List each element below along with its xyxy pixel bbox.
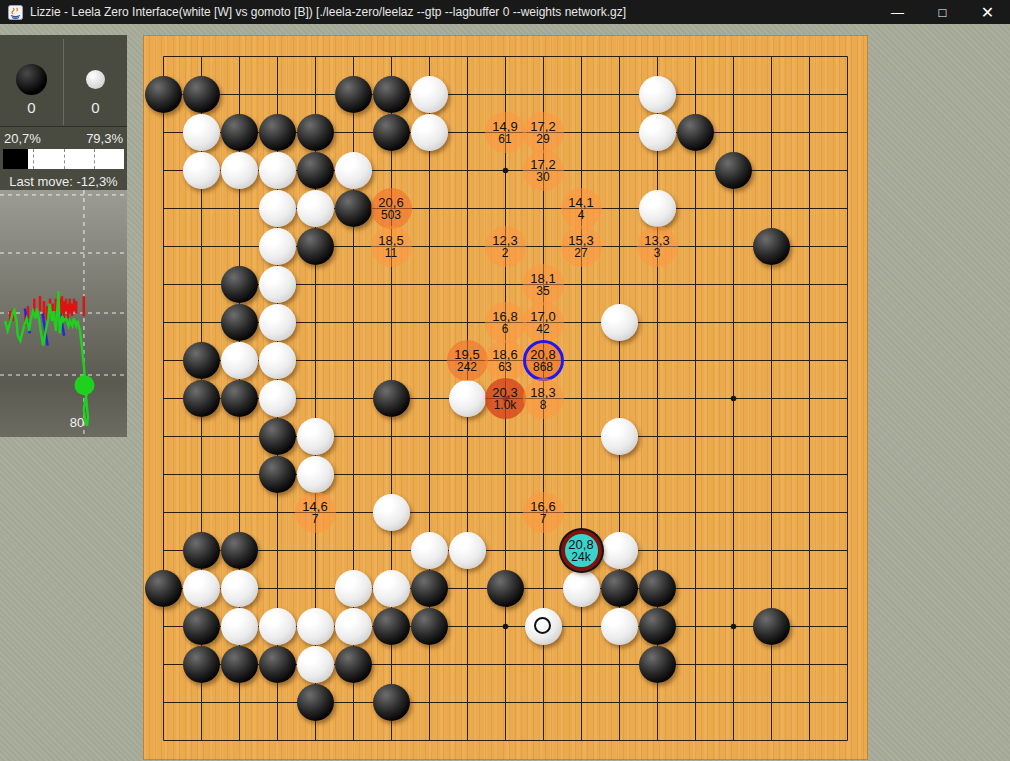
candidate-visits: 30 [536, 171, 549, 183]
candidate-visits: 63 [498, 361, 511, 373]
black-stone [183, 342, 220, 379]
black-stone [335, 76, 372, 113]
go-board[interactable]: 14,96117,22917,23020,650314,1418,51112,3… [143, 35, 868, 760]
candidate-winrate: 18,3 [530, 386, 555, 399]
black-stone [639, 570, 676, 607]
black-stone [411, 608, 448, 645]
candidate-winrate: 16,8 [492, 310, 517, 323]
winrate-bar [3, 149, 124, 169]
white-stone [373, 494, 410, 531]
candidate-visits: 2 [502, 247, 509, 259]
white-stone-icon [86, 70, 105, 89]
black-stone [221, 646, 258, 683]
white-stone [183, 152, 220, 189]
white-stone [411, 532, 448, 569]
candidate-winrate: 14,1 [568, 196, 593, 209]
candidate-move-low[interactable]: 14,67 [295, 492, 336, 533]
candidate-move-low[interactable]: 14,14 [561, 188, 602, 229]
move-number-label: 80 [70, 415, 84, 430]
white-stone [183, 570, 220, 607]
white-stone [221, 342, 258, 379]
candidate-visits: 42 [536, 323, 549, 335]
white-stone [601, 532, 638, 569]
white-stone [259, 304, 296, 341]
candidate-move-low[interactable]: 18,38 [523, 378, 564, 419]
white-capture-count: 0 [64, 99, 127, 116]
black-stone [221, 380, 258, 417]
candidate-move-low[interactable]: 16,67 [523, 492, 564, 533]
candidate-winrate: 17,2 [530, 158, 555, 171]
candidate-visits: 7 [540, 513, 547, 525]
black-stone [259, 646, 296, 683]
white-stone [297, 646, 334, 683]
black-stone [373, 684, 410, 721]
black-stone [259, 456, 296, 493]
candidate-visits: 61 [498, 133, 511, 145]
maximize-button[interactable]: □ [920, 0, 965, 24]
white-stone [297, 190, 334, 227]
white-stone [639, 114, 676, 151]
candidate-move-low[interactable]: 17,230 [523, 150, 564, 191]
black-capture-count: 0 [0, 99, 63, 116]
black-stone [373, 608, 410, 645]
candidate-visits: 1.0k [494, 399, 517, 411]
white-stone [183, 114, 220, 151]
candidate-winrate: 13,3 [644, 234, 669, 247]
white-captures: 0 [64, 35, 127, 127]
app-window: Lizzie - Leela Zero Interface(white [W] … [0, 0, 1010, 761]
white-stone [411, 76, 448, 113]
white-stone [601, 608, 638, 645]
white-stone [373, 570, 410, 607]
window-controls: — □ ✕ [875, 0, 1010, 24]
black-stone [259, 114, 296, 151]
winrate-graph[interactable]: 80 [0, 190, 127, 437]
candidate-move-low[interactable]: 15,327 [561, 226, 602, 267]
white-stone [639, 190, 676, 227]
black-stone [373, 76, 410, 113]
black-stone [297, 152, 334, 189]
black-stone [677, 114, 714, 151]
white-stone [335, 570, 372, 607]
candidate-move-low[interactable]: 18,135 [523, 264, 564, 305]
candidate-visits: 868 [533, 361, 553, 373]
candidate-move-mid[interactable]: 20,6503 [371, 188, 412, 229]
white-stone [449, 380, 486, 417]
black-stone [145, 570, 182, 607]
candidate-visits: 24k [571, 551, 590, 563]
black-stone [183, 76, 220, 113]
white-stone [259, 190, 296, 227]
candidate-visits: 27 [574, 247, 587, 259]
white-stone [411, 114, 448, 151]
candidate-visits: 6 [502, 323, 509, 335]
candidate-visits: 4 [578, 209, 585, 221]
candidate-winrate: 14,9 [492, 120, 517, 133]
java-app-icon [8, 5, 23, 20]
white-stone [297, 608, 334, 645]
window-title: Lizzie - Leela Zero Interface(white [W] … [30, 5, 626, 19]
white-stone [563, 570, 600, 607]
close-button[interactable]: ✕ [965, 0, 1010, 24]
black-stone [183, 608, 220, 645]
white-stone [221, 608, 258, 645]
black-stone [639, 646, 676, 683]
last-move-marker [534, 617, 551, 634]
candidate-winrate: 20,8 [530, 348, 555, 361]
white-winrate: 79,3% [86, 131, 123, 146]
candidate-move-low[interactable]: 18,511 [371, 226, 412, 267]
black-stone [487, 570, 524, 607]
candidate-move-low[interactable]: 14,961 [485, 112, 526, 153]
candidate-winrate: 12,3 [492, 234, 517, 247]
black-stone [221, 532, 258, 569]
candidate-winrate: 18,5 [378, 234, 403, 247]
black-stone-icon [16, 64, 47, 95]
black-stone [639, 608, 676, 645]
candidate-visits: 29 [536, 133, 549, 145]
black-stone [183, 646, 220, 683]
white-stone [601, 304, 638, 341]
candidate-move-high[interactable]: 20,31.0k [485, 378, 526, 419]
white-stone [525, 608, 562, 645]
candidate-winrate: 17,2 [530, 120, 555, 133]
candidate-move-best[interactable]: 20,8868 [523, 340, 564, 381]
candidate-winrate: 17,0 [530, 310, 555, 323]
white-stone [259, 608, 296, 645]
white-stone [297, 456, 334, 493]
candidate-winrate: 20,3 [492, 386, 517, 399]
candidate-visits: 242 [457, 361, 477, 373]
white-stone [639, 76, 676, 113]
white-stone [259, 342, 296, 379]
white-stone [601, 418, 638, 455]
candidate-move-low[interactable]: 17,042 [523, 302, 564, 343]
black-stone [183, 380, 220, 417]
winrate-labels: 20,7% 79,3% [0, 127, 127, 146]
white-stone [259, 152, 296, 189]
white-stone [297, 418, 334, 455]
black-stone [297, 228, 334, 265]
candidate-visits: 11 [385, 247, 397, 259]
black-stone [297, 114, 334, 151]
captures-panel: 0 0 [0, 35, 127, 127]
candidate-winrate: 14,6 [302, 500, 327, 513]
black-winrate: 20,7% [4, 131, 41, 146]
black-stone [145, 76, 182, 113]
black-stone [373, 114, 410, 151]
candidate-winrate: 20,6 [378, 196, 403, 209]
candidate-winrate: 18,1 [530, 272, 555, 285]
white-stone [221, 570, 258, 607]
candidate-winrate: 18,6 [492, 348, 517, 361]
black-stone [411, 570, 448, 607]
white-stone [221, 152, 258, 189]
candidate-move-low[interactable]: 18,663 [485, 340, 526, 381]
analysis-sidebar: 0 0 20,7% 79,3% Last move: -12,3% 80 [0, 35, 127, 437]
white-stone [335, 152, 372, 189]
candidate-visits: 7 [312, 513, 319, 525]
white-stone [259, 380, 296, 417]
last-move-delta: Last move: -12,3% [0, 174, 127, 189]
candidate-winrate: 15,3 [568, 234, 593, 247]
black-stone [715, 152, 752, 189]
black-stone [753, 608, 790, 645]
candidate-move-low[interactable]: 16,86 [485, 302, 526, 343]
candidate-move-top[interactable]: 20,824k [561, 530, 602, 571]
white-stone [259, 228, 296, 265]
candidate-visits: 35 [536, 285, 549, 297]
black-stone [183, 532, 220, 569]
black-stone [221, 266, 258, 303]
candidate-move-low[interactable]: 12,32 [485, 226, 526, 267]
black-captures: 0 [0, 35, 63, 127]
title-bar: Lizzie - Leela Zero Interface(white [W] … [0, 0, 1010, 24]
candidate-visits: 503 [381, 209, 401, 221]
candidate-move-mid[interactable]: 19,5242 [447, 340, 488, 381]
black-stone [335, 646, 372, 683]
candidate-winrate: 19,5 [454, 348, 479, 361]
white-stone [449, 532, 486, 569]
black-stone [373, 380, 410, 417]
black-stone [221, 114, 258, 151]
candidate-winrate: 20,8 [568, 538, 593, 551]
black-stone [221, 304, 258, 341]
candidate-winrate: 16,6 [530, 500, 555, 513]
candidate-move-low[interactable]: 17,229 [523, 112, 564, 153]
white-stone [335, 608, 372, 645]
candidate-visits: 8 [540, 399, 547, 411]
candidate-move-low[interactable]: 13,33 [637, 226, 678, 267]
black-stone [753, 228, 790, 265]
black-stone [601, 570, 638, 607]
minimize-button[interactable]: — [875, 0, 920, 24]
black-stone [297, 684, 334, 721]
black-stone [335, 190, 372, 227]
winrate-bar-black [3, 149, 28, 169]
black-stone [259, 418, 296, 455]
white-stone [259, 266, 296, 303]
candidate-visits: 3 [654, 247, 661, 259]
